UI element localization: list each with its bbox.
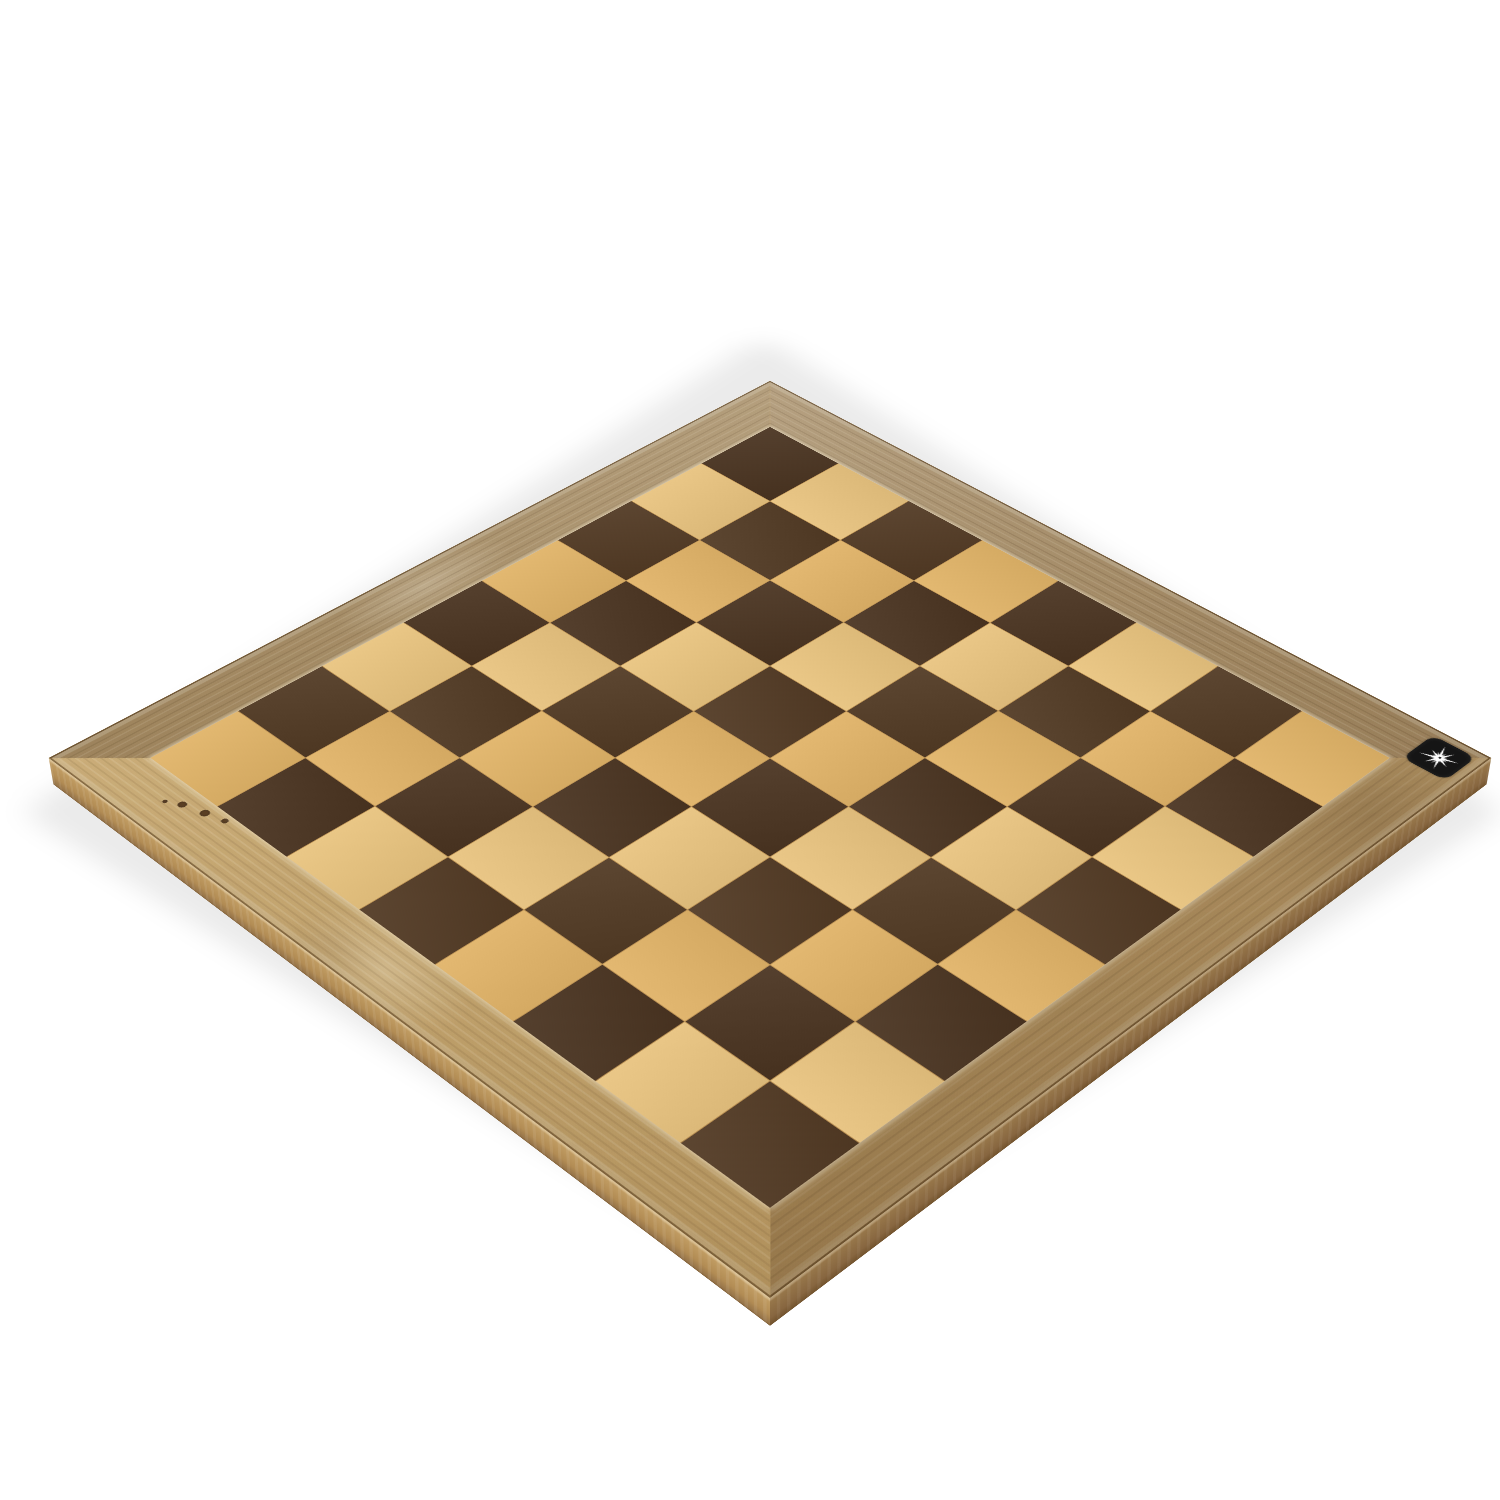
playing-field: [151, 427, 1390, 1208]
squares-grid: [151, 427, 1390, 1208]
chessboard: [49, 381, 1491, 1298]
scene: [0, 0, 1500, 1500]
photo-background: [0, 0, 1500, 1500]
